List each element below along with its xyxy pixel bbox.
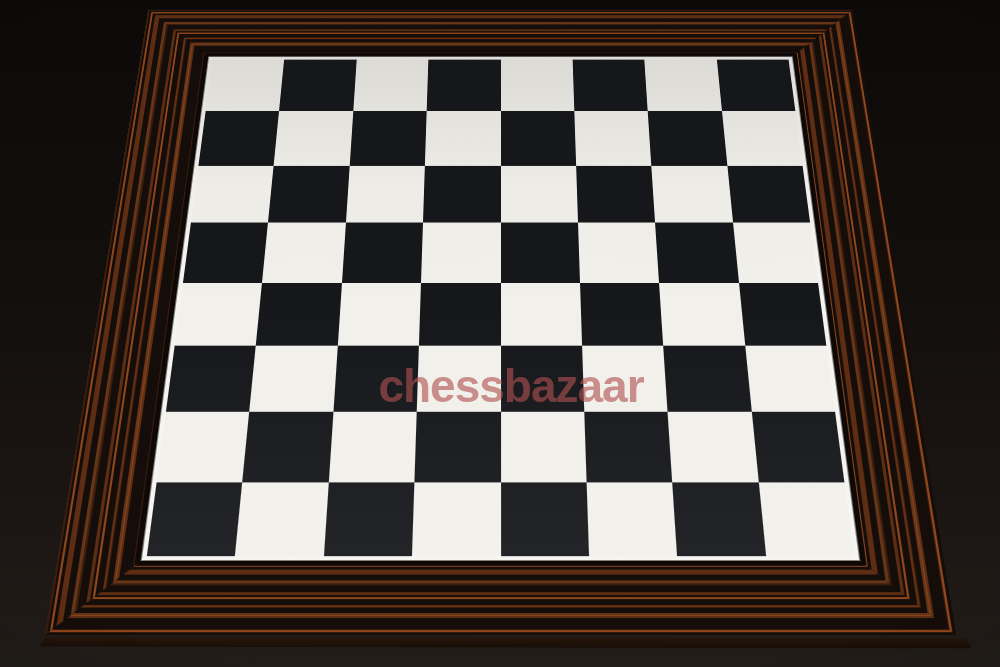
square-c5 [342, 223, 423, 283]
square-f2 [584, 412, 672, 482]
square-f5 [578, 223, 659, 283]
square-c2 [329, 412, 417, 482]
square-g2 [668, 412, 759, 482]
square-g7 [648, 111, 727, 165]
square-f7 [574, 111, 651, 165]
square-b3 [250, 346, 338, 412]
square-d8 [427, 60, 501, 112]
square-a7 [198, 111, 279, 165]
wood-frame-top-rail [140, 10, 860, 57]
square-g3 [663, 346, 751, 412]
square-c3 [333, 346, 419, 412]
square-e4 [501, 283, 582, 346]
square-e7 [501, 111, 577, 165]
wood-frame-bottom-rail [45, 561, 957, 635]
squares-grid [147, 60, 854, 557]
square-c6 [346, 166, 425, 223]
square-f8 [573, 60, 648, 112]
square-e2 [501, 412, 587, 482]
square-a2 [157, 412, 250, 482]
square-a5 [183, 223, 268, 283]
square-b8 [279, 60, 356, 112]
square-h8 [717, 60, 796, 112]
square-c1 [324, 482, 415, 556]
square-e3 [501, 346, 585, 412]
square-g6 [652, 166, 733, 223]
square-d5 [421, 223, 500, 283]
square-e5 [501, 223, 580, 283]
square-h6 [727, 166, 810, 223]
square-e1 [501, 482, 589, 556]
square-f1 [586, 482, 677, 556]
square-d7 [425, 111, 501, 165]
square-b7 [274, 111, 353, 165]
square-c8 [353, 60, 428, 112]
square-h5 [733, 223, 818, 283]
square-f3 [582, 346, 668, 412]
square-f6 [576, 166, 655, 223]
square-b2 [243, 412, 334, 482]
square-h7 [722, 111, 803, 165]
square-a1 [147, 482, 243, 556]
square-h3 [745, 346, 835, 412]
square-e6 [501, 166, 578, 223]
square-e8 [501, 60, 575, 112]
square-d6 [423, 166, 500, 223]
square-d1 [412, 482, 500, 556]
square-g1 [672, 482, 765, 556]
square-a4 [175, 283, 263, 346]
square-a6 [191, 166, 274, 223]
square-d2 [415, 412, 501, 482]
square-b1 [235, 482, 328, 556]
square-g5 [655, 223, 738, 283]
square-c4 [338, 283, 422, 346]
square-d4 [419, 283, 500, 346]
square-b6 [268, 166, 349, 223]
square-d3 [417, 346, 501, 412]
square-b4 [256, 283, 342, 346]
board-side-edge [40, 633, 972, 651]
playing-surface [141, 56, 861, 561]
chessboard [45, 10, 957, 635]
square-g8 [645, 60, 722, 112]
photo-stage: chessbazaar [0, 0, 1000, 667]
square-a8 [206, 60, 285, 112]
square-h4 [739, 283, 827, 346]
square-g4 [659, 283, 745, 346]
square-f4 [580, 283, 664, 346]
square-b5 [262, 223, 345, 283]
square-h2 [751, 412, 844, 482]
square-a3 [166, 346, 256, 412]
square-c7 [349, 111, 426, 165]
square-h1 [758, 482, 854, 556]
